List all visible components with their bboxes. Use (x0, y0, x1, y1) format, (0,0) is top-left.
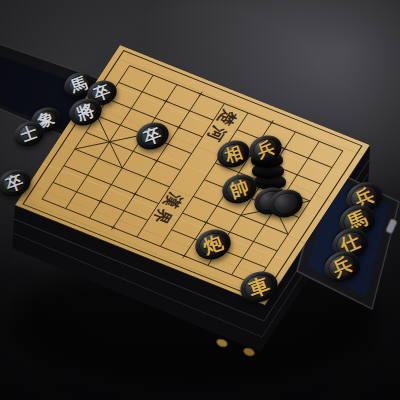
piece-character: 帥 (227, 177, 250, 200)
xiangqi-piece: 車 (236, 266, 282, 307)
piece-character: 相 (222, 143, 244, 165)
product-photo: 楚河 漢界 卒卒相兵帥炮車馬卒將象士兵馬仕兵 (0, 0, 400, 400)
xiangqi-piece: 炮 (191, 224, 235, 264)
piece-character: 將 (74, 101, 96, 123)
xiangqi-piece: 卒 (132, 118, 172, 154)
piece-character: 卒 (3, 172, 25, 194)
piece-character: 炮 (201, 232, 225, 256)
xiangqi-piece: 卒 (0, 165, 34, 201)
piece-character: 兵 (329, 253, 354, 278)
piece-character: 車 (246, 274, 272, 300)
pieces-layer: 卒卒相兵帥炮車馬卒將象士兵馬仕兵 (0, 0, 400, 400)
piece-character: 卒 (141, 125, 163, 147)
piece-character: 士 (19, 124, 40, 145)
xiangqi-piece: 相 (213, 136, 253, 172)
piece-character: 兵 (254, 138, 276, 160)
